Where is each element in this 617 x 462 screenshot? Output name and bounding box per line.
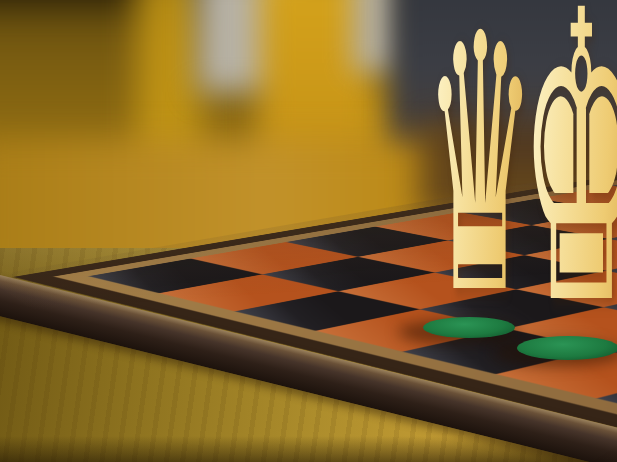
white-king-piece: ♚: [520, 0, 617, 360]
photo-stage: ♛ ♚: [0, 0, 617, 462]
white-queen-piece: ♛: [424, 0, 535, 343]
